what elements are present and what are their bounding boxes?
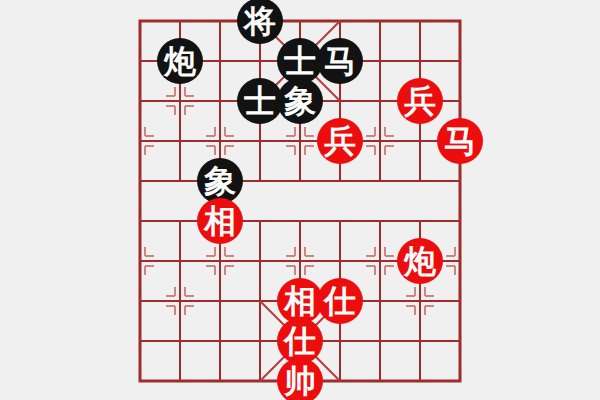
red-pawn-piece[interactable]: 兵 [397,78,443,124]
red-pawn-piece[interactable]: 兵 [317,118,363,164]
red-general-piece[interactable]: 帅 [277,358,323,400]
red-horse-piece[interactable]: 马 [437,118,483,164]
red-advisor-piece[interactable]: 仕 [317,278,363,324]
xiangqi-board[interactable]: 将炮士马士象兵兵马象相炮相仕仕帅 [0,0,600,400]
black-elephant-piece[interactable]: 象 [277,78,323,124]
red-cannon-piece[interactable]: 炮 [397,238,443,284]
red-elephant-piece[interactable]: 相 [197,198,243,244]
black-cannon-piece[interactable]: 炮 [157,38,203,84]
black-general-piece[interactable]: 将 [237,0,283,44]
black-horse-piece[interactable]: 马 [317,38,363,84]
